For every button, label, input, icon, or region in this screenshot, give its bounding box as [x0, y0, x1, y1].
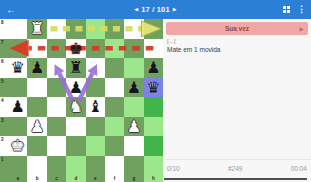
square-a3[interactable] [8, 117, 27, 137]
square-f5[interactable] [105, 78, 124, 98]
rank-label-8: 8 [0, 19, 8, 39]
square-e4[interactable] [86, 97, 105, 117]
task-label: Mate em 1 movida [167, 46, 220, 53]
square-h1[interactable] [144, 156, 163, 176]
square-a8[interactable] [8, 19, 27, 39]
square-f3[interactable] [105, 117, 124, 137]
square-a6[interactable] [8, 58, 27, 78]
file-label-h: h [144, 175, 163, 182]
file-label-a: a [8, 175, 27, 182]
progress-line[interactable] [164, 178, 307, 180]
square-d5[interactable] [66, 78, 85, 98]
square-h6[interactable] [144, 58, 163, 78]
square-e8[interactable] [86, 19, 105, 39]
turn-banner-label: Sua vez [225, 25, 249, 32]
square-b6[interactable] [27, 58, 46, 78]
side-panel: Sua vez ▶ [...] Mate em 1 movida 0/10 #2… [163, 19, 311, 182]
square-b2[interactable] [27, 136, 46, 156]
square-c1[interactable] [47, 156, 66, 176]
square-g7[interactable] [124, 39, 143, 59]
play-icon[interactable]: ▶ [299, 26, 304, 32]
square-a4[interactable] [8, 97, 27, 117]
rank-label-7: 7 [0, 39, 8, 59]
file-label-e: e [86, 175, 105, 182]
move-list: [...] [167, 38, 175, 44]
square-h2[interactable] [144, 136, 163, 156]
square-g3[interactable] [124, 117, 143, 137]
file-label-d: d [66, 175, 85, 182]
square-e7[interactable] [86, 39, 105, 59]
square-g6[interactable] [124, 58, 143, 78]
square-f6[interactable] [105, 58, 124, 78]
square-g4[interactable] [124, 97, 143, 117]
square-b4[interactable] [27, 97, 46, 117]
square-b3[interactable] [27, 117, 46, 137]
square-h8[interactable] [144, 19, 163, 39]
rank-label-4: 4 [0, 97, 8, 117]
file-label-c: c [47, 175, 66, 182]
board-corner [0, 175, 8, 182]
prev-puzzle-icon[interactable]: ◀ [134, 7, 138, 12]
square-g5[interactable] [124, 78, 143, 98]
square-c4[interactable] [47, 97, 66, 117]
square-e2[interactable] [86, 136, 105, 156]
rank-label-2: 2 [0, 136, 8, 156]
square-c5[interactable] [47, 78, 66, 98]
file-label-b: b [27, 175, 46, 182]
square-c3[interactable] [47, 117, 66, 137]
square-f7[interactable] [105, 39, 124, 59]
square-b1[interactable] [27, 156, 46, 176]
square-h4[interactable] [144, 97, 163, 117]
file-label-g: g [124, 175, 143, 182]
rank-label-6: 6 [0, 58, 8, 78]
square-b8[interactable] [27, 19, 46, 39]
square-a7[interactable] [8, 39, 27, 59]
square-h5[interactable] [144, 78, 163, 98]
square-d1[interactable] [66, 156, 85, 176]
chess-board[interactable]: 87654321abcdefgh ♜♚♛♟♜♟♟♟♛♟♞♝♟♟♚ [0, 19, 163, 182]
app-screen: ← ◀ 17 / 101 ▶ ⋮ 87654321abcdefgh ♜♚♛♟♜♟… [0, 0, 311, 182]
square-a2[interactable] [8, 136, 27, 156]
square-g8[interactable] [124, 19, 143, 39]
square-d7[interactable] [66, 39, 85, 59]
rank-label-3: 3 [0, 117, 8, 137]
score-label: 0/10 [167, 165, 180, 172]
square-c8[interactable] [47, 19, 66, 39]
timer-label: 00:04 [291, 165, 307, 172]
back-icon[interactable]: ← [6, 0, 16, 19]
board-squares: 87654321abcdefgh [0, 19, 163, 182]
next-puzzle-icon[interactable]: ▶ [173, 7, 177, 12]
puzzle-list-grid-icon[interactable] [283, 6, 290, 13]
square-d2[interactable] [66, 136, 85, 156]
rank-label-5: 5 [0, 78, 8, 98]
status-row: 0/10 #249 00:04 [167, 165, 307, 172]
square-b7[interactable] [27, 39, 46, 59]
overflow-menu-icon[interactable]: ⋮ [297, 5, 306, 14]
square-a1[interactable] [8, 156, 27, 176]
square-g2[interactable] [124, 136, 143, 156]
square-d6[interactable] [66, 58, 85, 78]
square-d3[interactable] [66, 117, 85, 137]
turn-banner: Sua vez ▶ [166, 22, 308, 35]
square-g1[interactable] [124, 156, 143, 176]
top-bar-actions: ⋮ [283, 0, 306, 19]
file-label-f: f [105, 175, 124, 182]
pager-label: 17 / 101 [141, 5, 170, 14]
rank-label-1: 1 [0, 156, 8, 176]
square-e3[interactable] [86, 117, 105, 137]
square-e1[interactable] [86, 156, 105, 176]
square-c7[interactable] [47, 39, 66, 59]
puzzle-pager[interactable]: ◀ 17 / 101 ▶ [134, 0, 176, 19]
square-c2[interactable] [47, 136, 66, 156]
square-h7[interactable] [144, 39, 163, 59]
square-h3[interactable] [144, 117, 163, 137]
top-bar: ← ◀ 17 / 101 ▶ ⋮ [0, 0, 311, 19]
square-f2[interactable] [105, 136, 124, 156]
square-c6[interactable] [47, 58, 66, 78]
puzzle-number: #249 [228, 165, 242, 172]
square-e6[interactable] [86, 58, 105, 78]
status-divider [163, 159, 311, 160]
square-f4[interactable] [105, 97, 124, 117]
square-d4[interactable] [66, 97, 85, 117]
square-b5[interactable] [27, 78, 46, 98]
square-a5[interactable] [8, 78, 27, 98]
square-f8[interactable] [105, 19, 124, 39]
square-e5[interactable] [86, 78, 105, 98]
square-f1[interactable] [105, 156, 124, 176]
square-d8[interactable] [66, 19, 85, 39]
